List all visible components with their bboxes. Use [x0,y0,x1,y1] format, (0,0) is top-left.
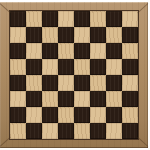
square-e6[interactable] [74,43,90,59]
square-f5[interactable] [90,59,106,75]
square-g3[interactable] [106,91,122,107]
square-h3[interactable] [122,91,138,107]
square-b6[interactable] [26,43,42,59]
frame-miter-top-right [137,3,148,13]
square-h5[interactable] [122,59,138,75]
square-g7[interactable] [106,27,122,43]
square-d2[interactable] [58,107,74,123]
square-b5[interactable] [26,59,42,75]
square-c7[interactable] [42,27,58,43]
square-c4[interactable] [42,75,58,91]
square-d5[interactable] [58,59,74,75]
square-a8[interactable] [10,11,26,27]
square-h7[interactable] [122,27,138,43]
square-f7[interactable] [90,27,106,43]
chess-board [0,2,148,148]
square-d4[interactable] [58,75,74,91]
square-b4[interactable] [26,75,42,91]
square-h4[interactable] [122,75,138,91]
square-e8[interactable] [74,11,90,27]
square-h1[interactable] [122,123,138,139]
square-g5[interactable] [106,59,122,75]
square-d7[interactable] [58,27,74,43]
board-grid [10,11,138,139]
frame-miter-bottom-right [137,137,148,147]
square-b3[interactable] [26,91,42,107]
square-d1[interactable] [58,123,74,139]
square-f8[interactable] [90,11,106,27]
square-c8[interactable] [42,11,58,27]
square-g2[interactable] [106,107,122,123]
square-c2[interactable] [42,107,58,123]
square-g8[interactable] [106,11,122,27]
square-g1[interactable] [106,123,122,139]
square-a3[interactable] [10,91,26,107]
square-b1[interactable] [26,123,42,139]
square-a4[interactable] [10,75,26,91]
square-c6[interactable] [42,43,58,59]
square-b7[interactable] [26,27,42,43]
square-h8[interactable] [122,11,138,27]
square-h6[interactable] [122,43,138,59]
square-h2[interactable] [122,107,138,123]
square-a7[interactable] [10,27,26,43]
square-f1[interactable] [90,123,106,139]
square-e4[interactable] [74,75,90,91]
square-f3[interactable] [90,91,106,107]
square-e3[interactable] [74,91,90,107]
square-f4[interactable] [90,75,106,91]
square-e5[interactable] [74,59,90,75]
square-g6[interactable] [106,43,122,59]
square-b2[interactable] [26,107,42,123]
square-c1[interactable] [42,123,58,139]
square-a6[interactable] [10,43,26,59]
square-f6[interactable] [90,43,106,59]
square-a2[interactable] [10,107,26,123]
square-g4[interactable] [106,75,122,91]
square-e1[interactable] [74,123,90,139]
square-e2[interactable] [74,107,90,123]
square-a5[interactable] [10,59,26,75]
square-d3[interactable] [58,91,74,107]
square-c3[interactable] [42,91,58,107]
square-e7[interactable] [74,27,90,43]
square-d6[interactable] [58,43,74,59]
square-f2[interactable] [90,107,106,123]
square-a1[interactable] [10,123,26,139]
square-b8[interactable] [26,11,42,27]
square-d8[interactable] [58,11,74,27]
square-c5[interactable] [42,59,58,75]
